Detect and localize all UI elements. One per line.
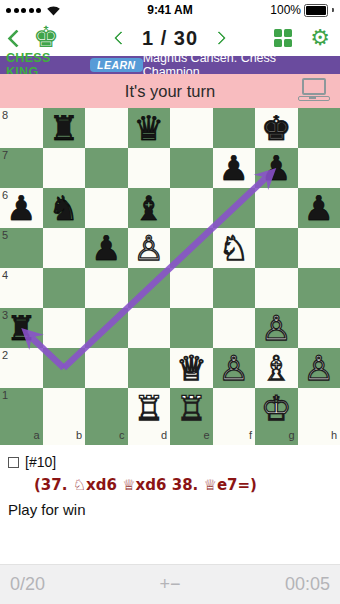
square-f3[interactable] [213, 308, 256, 348]
square-f6[interactable] [213, 188, 256, 228]
square-h4[interactable] [298, 268, 340, 308]
square-g6[interactable] [255, 188, 298, 228]
prev-puzzle-button[interactable] [114, 31, 128, 45]
file-labels: abcdefgh [0, 428, 340, 445]
piece-Q-e2[interactable]: ♕ [170, 348, 213, 388]
piece-p-g7[interactable]: ♟ [255, 148, 298, 188]
rank-label-4: 4 [2, 269, 8, 281]
square-b3[interactable] [43, 308, 86, 348]
square-g8[interactable]: ♚ [255, 108, 298, 148]
puzzle-marker: [#10] [25, 454, 56, 470]
piece-P-f2[interactable]: ♙ [213, 348, 256, 388]
file-label-f: f [213, 428, 256, 445]
square-h5[interactable] [298, 228, 340, 268]
square-c7[interactable] [85, 148, 128, 188]
square-d2[interactable] [128, 348, 171, 388]
square-b5[interactable] [43, 228, 86, 268]
square-e7[interactable] [170, 148, 213, 188]
notes-panel: [#10] (37. ♘xd6 ♕xd6 38. ♕e7=) Play for … [0, 445, 340, 564]
piece-P-h2[interactable]: ♙ [298, 348, 340, 388]
bottom-bar: 0/20 +− 00:05 [0, 564, 340, 604]
piece-K-g1[interactable]: ♔ [255, 388, 298, 428]
square-g3[interactable]: ♙ [255, 308, 298, 348]
square-a8[interactable]: 8 [0, 108, 43, 148]
piece-p-h6[interactable]: ♟ [298, 188, 340, 228]
computer-opponent-icon [298, 78, 330, 104]
learn-badge[interactable]: LEARN [90, 58, 143, 73]
file-label-d: d [128, 428, 171, 445]
rank-label-5: 5 [2, 229, 8, 241]
square-g7[interactable]: ♟ [255, 148, 298, 188]
file-label-e: e [170, 428, 213, 445]
rank-label-6: 6 [2, 189, 8, 201]
turn-banner: It's your turn [0, 74, 340, 108]
square-a2[interactable]: 2 [0, 348, 43, 388]
square-f4[interactable] [213, 268, 256, 308]
square-g4[interactable] [255, 268, 298, 308]
square-g5[interactable] [255, 228, 298, 268]
square-a3[interactable]: ♜3 [0, 308, 43, 348]
piece-p-c5[interactable]: ♟ [85, 228, 128, 268]
square-f8[interactable] [213, 108, 256, 148]
square-h8[interactable] [298, 108, 340, 148]
square-b2[interactable] [43, 348, 86, 388]
file-label-g: g [255, 428, 298, 445]
square-c4[interactable] [85, 268, 128, 308]
square-f1[interactable] [213, 388, 256, 428]
brand-bar: CHESS KING LEARN Magnus Carlsen. Chess C… [0, 56, 340, 74]
square-c1[interactable] [85, 388, 128, 428]
square-d8[interactable]: ♛ [128, 108, 171, 148]
square-a7[interactable]: 7 [0, 148, 43, 188]
next-puzzle-button[interactable] [212, 31, 226, 45]
piece-P-g3[interactable]: ♙ [255, 308, 298, 348]
square-f2[interactable]: ♙ [213, 348, 256, 388]
square-e1[interactable]: ♖ [170, 388, 213, 428]
chess-board: 8♜♛♚7♟♟♟6♞♝♟5♟♙♘4♜3♙2♕♙♗♙1♖♖♔ abcdefgh [0, 108, 340, 445]
square-e5[interactable] [170, 228, 213, 268]
turn-text: It's your turn [125, 82, 215, 101]
square-d6[interactable]: ♝ [128, 188, 171, 228]
square-d5[interactable]: ♙ [128, 228, 171, 268]
piece-B-g2[interactable]: ♗ [255, 348, 298, 388]
puzzle-list-button[interactable] [274, 29, 293, 48]
square-h2[interactable]: ♙ [298, 348, 340, 388]
goal-text: Play for win [8, 501, 332, 518]
square-a5[interactable]: 5 [0, 228, 43, 268]
puzzle-counter: 1 / 30 [142, 27, 198, 50]
chess-king-app: 9:41 AM 100% ♚ 1 / 30 ⚙ CHESS KING LEARN… [0, 0, 340, 604]
rank-label-8: 8 [2, 109, 8, 121]
board-squares: 8♜♛♚7♟♟♟6♞♝♟5♟♙♘4♜3♙2♕♙♗♙1♖♖♔ [0, 108, 340, 428]
square-b1[interactable] [43, 388, 86, 428]
square-h1[interactable] [298, 388, 340, 428]
square-d1[interactable]: ♖ [128, 388, 171, 428]
square-d7[interactable] [128, 148, 171, 188]
square-e8[interactable] [170, 108, 213, 148]
file-label-c: c [85, 428, 128, 445]
square-g1[interactable]: ♔ [255, 388, 298, 428]
piece-R-d1[interactable]: ♖ [128, 388, 171, 428]
timer: 00:05 [285, 574, 330, 595]
variation-line[interactable]: (37. ♘xd6 ♕xd6 38. ♕e7=) [34, 476, 332, 494]
square-f5[interactable]: ♘ [213, 228, 256, 268]
square-b6[interactable]: ♞ [43, 188, 86, 228]
battery-percent: 100% [270, 3, 301, 17]
piece-p-f7[interactable]: ♟ [213, 148, 256, 188]
piece-q-d8[interactable]: ♛ [128, 108, 171, 148]
square-d3[interactable] [128, 308, 171, 348]
square-h3[interactable] [298, 308, 340, 348]
piece-n-b6[interactable]: ♞ [43, 188, 86, 228]
rank-label-1: 1 [2, 389, 8, 401]
square-h7[interactable] [298, 148, 340, 188]
rank-label-7: 7 [2, 149, 8, 161]
square-c2[interactable] [85, 348, 128, 388]
square-a6[interactable]: ♟6 [0, 188, 43, 228]
piece-P-d5[interactable]: ♙ [128, 228, 171, 268]
battery-icon [304, 4, 328, 17]
square-e6[interactable] [170, 188, 213, 228]
square-d4[interactable] [128, 268, 171, 308]
square-c5[interactable]: ♟ [85, 228, 128, 268]
piece-r-b8[interactable]: ♜ [43, 108, 86, 148]
file-label-h: h [298, 428, 340, 445]
square-a1[interactable]: 1 [0, 388, 43, 428]
file-label-b: b [43, 428, 86, 445]
rank-label-2: 2 [2, 349, 8, 361]
piece-R-e1[interactable]: ♖ [170, 388, 213, 428]
settings-button[interactable]: ⚙ [310, 27, 330, 49]
file-label-a: a [0, 428, 43, 445]
square-b4[interactable] [43, 268, 86, 308]
square-b8[interactable]: ♜ [43, 108, 86, 148]
square-g2[interactable]: ♗ [255, 348, 298, 388]
square-c8[interactable] [85, 108, 128, 148]
piece-b-d6[interactable]: ♝ [128, 188, 171, 228]
square-c3[interactable] [85, 308, 128, 348]
square-b7[interactable] [43, 148, 86, 188]
white-to-move-icon [8, 457, 19, 468]
square-a4[interactable]: 4 [0, 268, 43, 308]
square-e2[interactable]: ♕ [170, 348, 213, 388]
square-e4[interactable] [170, 268, 213, 308]
status-bar: 9:41 AM 100% [0, 0, 340, 20]
piece-k-g8[interactable]: ♚ [255, 108, 298, 148]
square-h6[interactable]: ♟ [298, 188, 340, 228]
rank-label-3: 3 [2, 309, 8, 321]
square-c6[interactable] [85, 188, 128, 228]
piece-N-f5[interactable]: ♘ [213, 228, 256, 268]
square-e3[interactable] [170, 308, 213, 348]
square-f7[interactable]: ♟ [213, 148, 256, 188]
score-counter: 0/20 [10, 574, 45, 595]
